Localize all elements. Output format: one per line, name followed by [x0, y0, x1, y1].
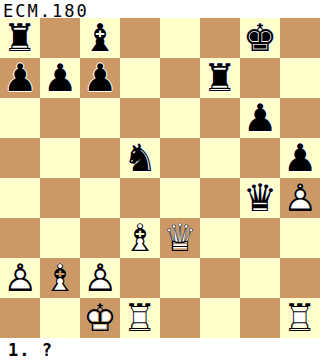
piece-white-bishop: ♝♗ [40, 258, 80, 298]
piece-black-pawn: ♟ [40, 58, 80, 98]
piece-white-pawn: ♟♙ [80, 258, 120, 298]
square-d5[interactable]: ♞ [120, 138, 160, 178]
square-a7[interactable]: ♟ [0, 58, 40, 98]
white-piece-outline: ♗ [120, 218, 160, 258]
square-c8[interactable]: ♝ [80, 18, 120, 58]
square-h8[interactable] [280, 18, 320, 58]
square-d6[interactable] [120, 98, 160, 138]
square-b6[interactable] [40, 98, 80, 138]
square-c7[interactable]: ♟ [80, 58, 120, 98]
black-piece-glyph: ♞ [120, 138, 160, 178]
white-piece-outline: ♕ [160, 218, 200, 258]
square-g2[interactable] [240, 258, 280, 298]
chess-board: ♜♝♚♟♟♟♜♟♞♟♛♟♙♝♗♛♕♟♙♝♗♟♙♚♔♜♖♜♖ [0, 18, 320, 338]
square-d2[interactable] [120, 258, 160, 298]
square-a2[interactable]: ♟♙ [0, 258, 40, 298]
black-piece-glyph: ♟ [0, 58, 40, 98]
square-a3[interactable] [0, 218, 40, 258]
black-piece-glyph: ♟ [80, 58, 120, 98]
square-f5[interactable] [200, 138, 240, 178]
square-f8[interactable] [200, 18, 240, 58]
white-piece-outline: ♙ [80, 258, 120, 298]
square-g4[interactable]: ♛ [240, 178, 280, 218]
square-f6[interactable] [200, 98, 240, 138]
square-c3[interactable] [80, 218, 120, 258]
black-piece-glyph: ♜ [0, 18, 40, 58]
square-d1[interactable]: ♜♖ [120, 298, 160, 338]
square-d8[interactable] [120, 18, 160, 58]
square-f7[interactable]: ♜ [200, 58, 240, 98]
square-g3[interactable] [240, 218, 280, 258]
piece-white-queen: ♛♕ [160, 218, 200, 258]
square-d4[interactable] [120, 178, 160, 218]
piece-white-rook: ♜♖ [280, 298, 320, 338]
white-piece-outline: ♙ [280, 178, 320, 218]
black-piece-glyph: ♚ [240, 18, 280, 58]
square-a8[interactable]: ♜ [0, 18, 40, 58]
square-h1[interactable]: ♜♖ [280, 298, 320, 338]
piece-black-pawn: ♟ [80, 58, 120, 98]
piece-black-pawn: ♟ [280, 138, 320, 178]
square-h7[interactable] [280, 58, 320, 98]
white-piece-outline: ♗ [40, 258, 80, 298]
square-c2[interactable]: ♟♙ [80, 258, 120, 298]
square-b7[interactable]: ♟ [40, 58, 80, 98]
square-b3[interactable] [40, 218, 80, 258]
square-g7[interactable] [240, 58, 280, 98]
piece-black-rook: ♜ [200, 58, 240, 98]
piece-black-knight: ♞ [120, 138, 160, 178]
square-b8[interactable] [40, 18, 80, 58]
square-e2[interactable] [160, 258, 200, 298]
piece-black-queen: ♛ [240, 178, 280, 218]
black-piece-glyph: ♟ [40, 58, 80, 98]
square-g5[interactable] [240, 138, 280, 178]
square-c5[interactable] [80, 138, 120, 178]
piece-black-pawn: ♟ [240, 98, 280, 138]
square-c1[interactable]: ♚♔ [80, 298, 120, 338]
square-h6[interactable] [280, 98, 320, 138]
square-f2[interactable] [200, 258, 240, 298]
piece-black-rook: ♜ [0, 18, 40, 58]
piece-white-pawn: ♟♙ [0, 258, 40, 298]
move-prompt: 1. ? [8, 340, 53, 360]
piece-black-pawn: ♟ [0, 58, 40, 98]
square-e1[interactable] [160, 298, 200, 338]
white-piece-outline: ♖ [120, 298, 160, 338]
square-a6[interactable] [0, 98, 40, 138]
square-e6[interactable] [160, 98, 200, 138]
square-c4[interactable] [80, 178, 120, 218]
square-h5[interactable]: ♟ [280, 138, 320, 178]
square-h4[interactable]: ♟♙ [280, 178, 320, 218]
square-e8[interactable] [160, 18, 200, 58]
square-e5[interactable] [160, 138, 200, 178]
black-piece-glyph: ♟ [280, 138, 320, 178]
square-a1[interactable] [0, 298, 40, 338]
square-a4[interactable] [0, 178, 40, 218]
square-b4[interactable] [40, 178, 80, 218]
piece-white-king: ♚♔ [80, 298, 120, 338]
black-piece-glyph: ♛ [240, 178, 280, 218]
piece-white-pawn: ♟♙ [280, 178, 320, 218]
square-b5[interactable] [40, 138, 80, 178]
square-c6[interactable] [80, 98, 120, 138]
piece-white-bishop: ♝♗ [120, 218, 160, 258]
square-d3[interactable]: ♝♗ [120, 218, 160, 258]
square-h2[interactable] [280, 258, 320, 298]
piece-black-bishop: ♝ [80, 18, 120, 58]
black-piece-glyph: ♜ [200, 58, 240, 98]
square-f3[interactable] [200, 218, 240, 258]
square-f4[interactable] [200, 178, 240, 218]
square-g8[interactable]: ♚ [240, 18, 280, 58]
square-g6[interactable]: ♟ [240, 98, 280, 138]
black-piece-glyph: ♟ [240, 98, 280, 138]
square-f1[interactable] [200, 298, 240, 338]
square-b1[interactable] [40, 298, 80, 338]
white-piece-outline: ♙ [0, 258, 40, 298]
square-e7[interactable] [160, 58, 200, 98]
white-piece-outline: ♔ [80, 298, 120, 338]
square-e3[interactable]: ♛♕ [160, 218, 200, 258]
square-a5[interactable] [0, 138, 40, 178]
black-piece-glyph: ♝ [80, 18, 120, 58]
square-b2[interactable]: ♝♗ [40, 258, 80, 298]
square-e4[interactable] [160, 178, 200, 218]
square-g1[interactable] [240, 298, 280, 338]
piece-black-king: ♚ [240, 18, 280, 58]
square-h3[interactable] [280, 218, 320, 258]
chess-diagram-page: ECM.180 ♜♝♚♟♟♟♜♟♞♟♛♟♙♝♗♛♕♟♙♝♗♟♙♚♔♜♖♜♖ 1.… [0, 0, 320, 360]
square-d7[interactable] [120, 58, 160, 98]
white-piece-outline: ♖ [280, 298, 320, 338]
piece-white-rook: ♜♖ [120, 298, 160, 338]
